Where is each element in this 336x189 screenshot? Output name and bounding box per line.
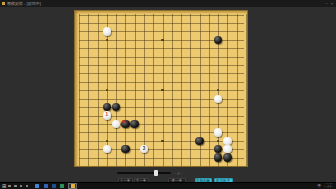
grid-line (190, 14, 191, 166)
close-button[interactable]: × (331, 0, 333, 7)
grid-line (79, 23, 244, 24)
last-move-marker (122, 120, 125, 123)
black-stone-F6[interactable] (121, 120, 129, 128)
grid-line (246, 14, 247, 166)
star-point (106, 140, 108, 142)
black-stone-O4[interactable] (195, 137, 203, 145)
black-stone-Q16[interactable] (214, 36, 222, 44)
system-icon[interactable] (26, 185, 29, 188)
taskbar-app-icon[interactable] (60, 184, 64, 188)
window-controls: − × (325, 0, 333, 7)
move-number-label: 1 (106, 113, 109, 118)
system-icon[interactable] (20, 185, 23, 188)
taskbar-apps (35, 184, 68, 188)
app-icon (2, 2, 5, 5)
white-stone-Q9[interactable] (214, 95, 222, 103)
system-icon[interactable] (14, 185, 17, 188)
clock[interactable]: ·· ··:·· ····/··/·· (324, 183, 333, 189)
white-stone-Q5[interactable] (214, 128, 222, 136)
window-titlebar: 围棋对弈 - [对局中] − × (0, 0, 336, 7)
move-slider-handle[interactable] (154, 170, 159, 176)
taskbar-app-icon[interactable] (52, 184, 56, 188)
start-button-icon[interactable]: ⊞ (2, 183, 6, 189)
system-tray: 中 ·· ··:·· ····/··/·· (317, 183, 333, 189)
black-stone-D8[interactable] (103, 103, 111, 111)
white-stone-D3[interactable] (103, 145, 111, 153)
active-app-button[interactable] (68, 183, 77, 189)
grid-line (79, 48, 244, 49)
grid-line (79, 124, 244, 125)
move-slider-track[interactable] (117, 172, 171, 175)
star-point (106, 39, 108, 41)
white-stone-R3[interactable] (223, 145, 231, 153)
grid-line (79, 166, 244, 167)
taskbar-app-icon[interactable] (35, 184, 39, 188)
black-stone-G6[interactable] (130, 120, 138, 128)
grid-line (237, 14, 238, 166)
black-stone-R2[interactable] (223, 153, 231, 161)
black-stone-F3[interactable] (121, 145, 129, 153)
white-stone-D7[interactable]: 1 (103, 111, 111, 119)
grid-line (79, 82, 244, 83)
white-stone-D17[interactable] (103, 27, 111, 35)
move-counter: ···/··· (174, 171, 183, 176)
star-point (161, 140, 163, 142)
move-number-label: 3 (143, 147, 146, 152)
window-title: 围棋对弈 - [对局中] (7, 0, 325, 7)
minimize-button[interactable]: − (325, 0, 327, 7)
black-stone-Q2[interactable] (214, 153, 222, 161)
grid-line (79, 65, 244, 66)
white-stone-E6[interactable] (112, 120, 120, 128)
desktop: 围棋对弈 - [对局中] − × 13 ···/··· 上一手 下一手 停一手 … (0, 0, 336, 189)
main-area: 13 ···/··· 上一手 下一手 停一手 形势判断 申请数子 (0, 7, 336, 182)
grid-line (79, 73, 244, 74)
star-point (161, 39, 163, 41)
grid-line (172, 14, 173, 166)
active-app-icon (71, 184, 75, 188)
taskbar-app-icon[interactable] (44, 184, 48, 188)
system-tray-icons (8, 185, 31, 188)
grid-line (79, 57, 244, 58)
grid-line (209, 14, 210, 166)
go-board[interactable]: 13 (74, 10, 248, 167)
system-icon[interactable] (8, 185, 11, 188)
grid-line (79, 15, 244, 16)
white-stone-R4[interactable] (223, 137, 231, 145)
black-stone-Q3[interactable] (214, 145, 222, 153)
ime-indicator[interactable]: 中 (317, 184, 321, 188)
black-stone-E8[interactable] (112, 103, 120, 111)
taskbar: ⊞ 中 ·· ··:·· ····/··/·· (0, 182, 336, 189)
grid-line (181, 14, 182, 166)
white-stone-H3[interactable]: 3 (140, 145, 148, 153)
